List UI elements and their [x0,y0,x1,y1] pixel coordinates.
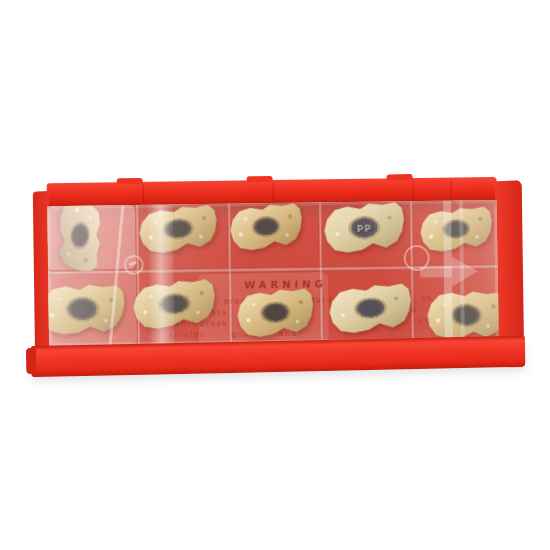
insert-storage-box: WARNING ng prod hazardous d sh ndata sh … [25,169,528,386]
insert-r2c4 [328,282,413,335]
insert-hole [63,295,102,324]
insert-marking: PP [357,223,373,234]
lid-tab [247,176,273,182]
box-side-right [495,180,524,355]
insert-r2c3 [236,287,314,339]
lid-seam [413,180,414,199]
lid-seam [451,180,452,199]
insert-r2c1 [47,283,125,337]
insert-r2c5 [427,289,499,342]
insert-r1c4: PP [323,201,405,255]
insert-r1c2 [138,203,220,255]
box-front-corner [26,348,36,375]
insert-r2c2 [132,278,217,331]
lid-seam [143,184,144,203]
insert-tray: WARNING ng prod hazardous d sh ndata sh … [47,200,499,346]
insert-r1c3 [229,202,304,253]
lid-tab [117,178,143,184]
insert-r1c5 [419,205,494,254]
lid-seam [273,182,274,201]
product-photo: WARNING ng prod hazardous d sh ndata sh … [0,0,550,550]
insert-r1c1 [54,200,105,273]
logo-swirl [129,261,138,267]
lid-tab [387,174,413,180]
